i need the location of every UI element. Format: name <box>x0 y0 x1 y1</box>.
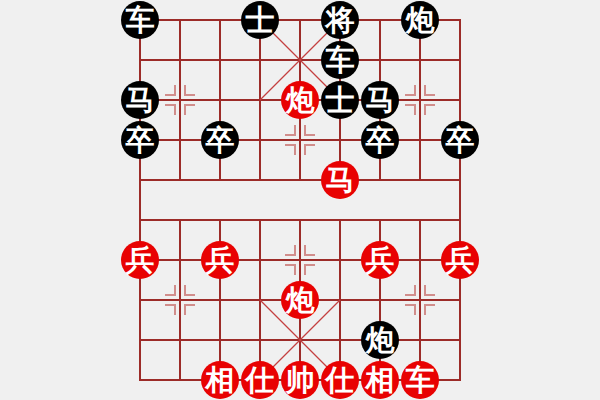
point-marker <box>165 85 195 115</box>
piece-black-chariot[interactable]: 车 <box>321 41 359 79</box>
point-marker <box>285 125 315 155</box>
piece-red-king[interactable]: 帅 <box>281 361 319 399</box>
point-marker-corner <box>285 125 296 136</box>
piece-black-cannon[interactable]: 炮 <box>361 321 399 359</box>
point-marker-corner <box>285 264 296 275</box>
board-points[interactable]: 车士将炮车马炮士马卒卒卒卒马兵兵兵兵炮炮相仕帅仕相车 <box>120 0 480 400</box>
point-marker-corner <box>304 264 315 275</box>
point-marker <box>165 285 195 315</box>
point-marker-corner <box>405 285 416 296</box>
piece-black-soldier[interactable]: 卒 <box>121 121 159 159</box>
point-marker <box>405 285 435 315</box>
point-marker-corner <box>285 144 296 155</box>
piece-black-horse[interactable]: 马 <box>121 81 159 119</box>
point-marker <box>285 245 315 275</box>
piece-black-soldier[interactable]: 卒 <box>361 121 399 159</box>
piece-red-elephant[interactable]: 相 <box>361 361 399 399</box>
piece-red-soldier[interactable]: 兵 <box>121 241 159 279</box>
xiangqi-board: 车士将炮车马炮士马卒卒卒卒马兵兵兵兵炮炮相仕帅仕相车 <box>0 0 600 400</box>
point-marker-corner <box>184 104 195 115</box>
point-marker <box>405 85 435 115</box>
point-marker-corner <box>184 85 195 96</box>
point-marker-corner <box>304 144 315 155</box>
point-marker-corner <box>405 85 416 96</box>
piece-red-advisor[interactable]: 仕 <box>241 361 279 399</box>
point-marker-corner <box>184 304 195 315</box>
piece-black-soldier[interactable]: 卒 <box>201 121 239 159</box>
piece-black-advisor[interactable]: 士 <box>321 81 359 119</box>
piece-red-horse[interactable]: 马 <box>321 161 359 199</box>
piece-red-soldier[interactable]: 兵 <box>361 241 399 279</box>
point-marker-corner <box>165 285 176 296</box>
point-marker-corner <box>165 85 176 96</box>
point-marker-corner <box>424 104 435 115</box>
point-marker-corner <box>184 285 195 296</box>
point-marker-corner <box>424 304 435 315</box>
point-marker-corner <box>424 285 435 296</box>
piece-black-horse[interactable]: 马 <box>361 81 399 119</box>
point-marker-corner <box>304 125 315 136</box>
point-marker-corner <box>285 245 296 256</box>
point-marker-corner <box>165 304 176 315</box>
piece-red-soldier[interactable]: 兵 <box>201 241 239 279</box>
point-marker-corner <box>405 304 416 315</box>
point-marker-corner <box>304 245 315 256</box>
piece-red-soldier[interactable]: 兵 <box>441 241 479 279</box>
piece-red-cannon[interactable]: 炮 <box>281 81 319 119</box>
piece-black-general[interactable]: 将 <box>321 1 359 39</box>
point-marker-corner <box>405 104 416 115</box>
point-marker-corner <box>424 85 435 96</box>
piece-black-soldier[interactable]: 卒 <box>441 121 479 159</box>
piece-red-cannon[interactable]: 炮 <box>281 281 319 319</box>
point-marker-corner <box>165 104 176 115</box>
piece-black-advisor[interactable]: 士 <box>241 1 279 39</box>
piece-black-chariot[interactable]: 车 <box>121 1 159 39</box>
piece-red-advisor[interactable]: 仕 <box>321 361 359 399</box>
piece-red-chariot[interactable]: 车 <box>401 361 439 399</box>
piece-black-cannon[interactable]: 炮 <box>401 1 439 39</box>
piece-red-elephant[interactable]: 相 <box>201 361 239 399</box>
